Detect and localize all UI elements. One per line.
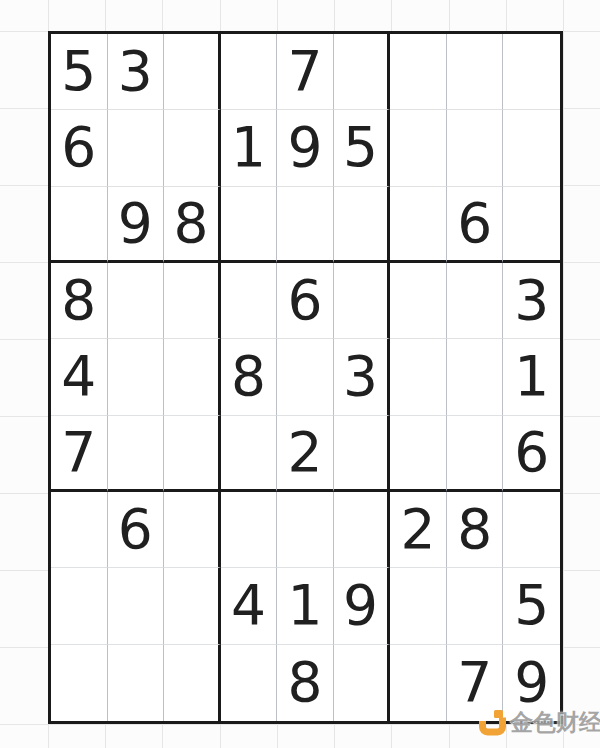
watermark-text: 金色财经	[510, 707, 600, 738]
sudoku-cell-r4c8[interactable]	[447, 263, 504, 339]
sudoku-cell-r1c7[interactable]	[390, 34, 447, 110]
sudoku-cell-r1c5[interactable]: 7	[277, 34, 334, 110]
sudoku-cell-r4c1[interactable]: 8	[51, 263, 108, 339]
sudoku-cell-r8c9[interactable]: 5	[503, 568, 560, 644]
sudoku-cell-r6c4[interactable]	[221, 416, 278, 492]
sudoku-cell-r4c9[interactable]: 3	[503, 263, 560, 339]
sudoku-cell-r4c3[interactable]	[164, 263, 221, 339]
bg-gridline-v	[563, 0, 564, 748]
sudoku-cell-r8c1[interactable]	[51, 568, 108, 644]
sudoku-cell-r4c2[interactable]	[108, 263, 165, 339]
sudoku-cell-r2c6[interactable]: 5	[334, 110, 391, 186]
sudoku-cell-r9c6[interactable]	[334, 645, 391, 721]
sudoku-cell-r9c5[interactable]: 8	[277, 645, 334, 721]
sudoku-cell-r3c8[interactable]: 6	[447, 187, 504, 263]
sudoku-cell-r5c3[interactable]	[164, 339, 221, 415]
sudoku-cell-r6c2[interactable]	[108, 416, 165, 492]
sudoku-cell-r3c3[interactable]: 8	[164, 187, 221, 263]
sudoku-cell-r3c7[interactable]	[390, 187, 447, 263]
sudoku-cell-r4c5[interactable]: 6	[277, 263, 334, 339]
sudoku-cell-r7c7[interactable]: 2	[390, 492, 447, 568]
sudoku-cell-r1c9[interactable]	[503, 34, 560, 110]
sudoku-cell-r7c3[interactable]	[164, 492, 221, 568]
sudoku-cell-r5c5[interactable]	[277, 339, 334, 415]
sudoku-cell-r8c5[interactable]: 1	[277, 568, 334, 644]
sudoku-cell-r1c1[interactable]: 5	[51, 34, 108, 110]
sudoku-cell-r8c6[interactable]: 9	[334, 568, 391, 644]
sudoku-cell-r7c5[interactable]	[277, 492, 334, 568]
sudoku-cell-r2c7[interactable]	[390, 110, 447, 186]
sudoku-cell-r7c8[interactable]: 8	[447, 492, 504, 568]
sudoku-cell-r6c7[interactable]	[390, 416, 447, 492]
sudoku-cell-r4c4[interactable]	[221, 263, 278, 339]
sudoku-cell-r5c1[interactable]: 4	[51, 339, 108, 415]
sudoku-cell-r2c8[interactable]	[447, 110, 504, 186]
jinse-logo-icon	[478, 708, 508, 738]
sudoku-cell-r2c4[interactable]: 1	[221, 110, 278, 186]
sudoku-cell-r9c7[interactable]	[390, 645, 447, 721]
sudoku-cell-r3c6[interactable]	[334, 187, 391, 263]
sudoku-cell-r2c9[interactable]	[503, 110, 560, 186]
sudoku-cell-r4c7[interactable]	[390, 263, 447, 339]
sudoku-cell-r6c6[interactable]	[334, 416, 391, 492]
sudoku-cell-r6c3[interactable]	[164, 416, 221, 492]
sudoku-cell-r8c8[interactable]	[447, 568, 504, 644]
sudoku-cell-r7c4[interactable]	[221, 492, 278, 568]
sudoku-cell-r3c4[interactable]	[221, 187, 278, 263]
sudoku-cell-r9c3[interactable]	[164, 645, 221, 721]
sudoku-cell-r9c4[interactable]	[221, 645, 278, 721]
sudoku-cell-r7c6[interactable]	[334, 492, 391, 568]
sudoku-cell-r5c9[interactable]: 1	[503, 339, 560, 415]
sudoku-cell-r4c6[interactable]	[334, 263, 391, 339]
sudoku-cell-r5c8[interactable]	[447, 339, 504, 415]
page-background: 537619598686348317266284195879 金色财经	[0, 0, 600, 748]
sudoku-cell-r6c8[interactable]	[447, 416, 504, 492]
sudoku-cell-r7c2[interactable]: 6	[108, 492, 165, 568]
sudoku-cell-r3c5[interactable]	[277, 187, 334, 263]
sudoku-cell-r2c2[interactable]	[108, 110, 165, 186]
sudoku-cell-r2c3[interactable]	[164, 110, 221, 186]
sudoku-cell-r3c1[interactable]	[51, 187, 108, 263]
watermark: 金色财经	[478, 707, 600, 738]
sudoku-board: 537619598686348317266284195879	[48, 31, 563, 724]
sudoku-cell-r9c1[interactable]	[51, 645, 108, 721]
sudoku-cell-r1c2[interactable]: 3	[108, 34, 165, 110]
sudoku-cell-r3c9[interactable]	[503, 187, 560, 263]
sudoku-cell-r2c5[interactable]: 9	[277, 110, 334, 186]
sudoku-cell-r8c3[interactable]	[164, 568, 221, 644]
sudoku-cell-r5c6[interactable]: 3	[334, 339, 391, 415]
sudoku-cell-r8c4[interactable]: 4	[221, 568, 278, 644]
sudoku-cell-r5c2[interactable]	[108, 339, 165, 415]
sudoku-cell-r1c3[interactable]	[164, 34, 221, 110]
sudoku-cell-r8c7[interactable]	[390, 568, 447, 644]
sudoku-cell-r1c4[interactable]	[221, 34, 278, 110]
sudoku-cell-r5c4[interactable]: 8	[221, 339, 278, 415]
sudoku-cell-r6c9[interactable]: 6	[503, 416, 560, 492]
sudoku-cell-r7c9[interactable]	[503, 492, 560, 568]
sudoku-cell-r8c2[interactable]	[108, 568, 165, 644]
sudoku-cell-r9c2[interactable]	[108, 645, 165, 721]
sudoku-cell-r6c1[interactable]: 7	[51, 416, 108, 492]
sudoku-cell-r5c7[interactable]	[390, 339, 447, 415]
sudoku-cell-r1c8[interactable]	[447, 34, 504, 110]
sudoku-cell-r6c5[interactable]: 2	[277, 416, 334, 492]
sudoku-cell-r1c6[interactable]	[334, 34, 391, 110]
sudoku-cell-r2c1[interactable]: 6	[51, 110, 108, 186]
sudoku-cell-r7c1[interactable]	[51, 492, 108, 568]
sudoku-cell-r3c2[interactable]: 9	[108, 187, 165, 263]
